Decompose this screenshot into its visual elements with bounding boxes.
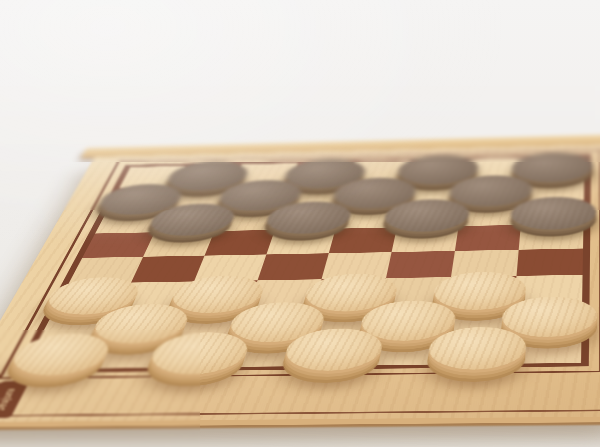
checker-light-a1	[4, 333, 117, 376]
square-c7	[224, 184, 291, 208]
board-3d-plane: Jeujura	[0, 144, 600, 422]
square-f2	[374, 305, 447, 335]
board-grid	[23, 156, 585, 369]
checkers-board: Jeujura	[0, 144, 600, 422]
square-f4	[386, 251, 455, 278]
square-a7	[107, 187, 175, 210]
square-h2	[512, 303, 582, 333]
square-h6	[521, 200, 584, 225]
square-a3	[54, 283, 131, 311]
square-c3	[183, 280, 258, 308]
square-f8	[407, 159, 469, 182]
square-g3	[447, 276, 517, 305]
board-frame-inner	[14, 154, 591, 373]
square-c1	[159, 337, 238, 368]
square-g7	[462, 179, 525, 203]
checkers-photo-scene: Jeujura	[0, 0, 600, 447]
square-d8	[291, 162, 355, 185]
square-b2	[105, 309, 183, 339]
square-e3	[314, 278, 386, 307]
square-d2	[238, 307, 314, 337]
square-g1	[438, 333, 512, 365]
board-frame-outer	[0, 149, 600, 379]
square-b4	[131, 256, 204, 283]
front-edge-decorative-line	[0, 409, 600, 416]
square-c5	[205, 230, 275, 256]
square-g5	[455, 225, 521, 251]
square-f6	[397, 203, 462, 228]
square-d6	[275, 205, 342, 230]
square-h4	[517, 249, 584, 276]
square-h8	[525, 156, 585, 179]
square-e7	[342, 182, 407, 206]
square-b8	[176, 164, 242, 186]
jeujura-logo: Jeujura	[0, 381, 30, 418]
square-e1	[297, 335, 374, 367]
square-d4	[258, 253, 329, 280]
square-b6	[155, 208, 224, 233]
logo-text: Jeujura	[0, 389, 18, 411]
square-e5	[329, 227, 397, 253]
square-a1	[23, 338, 105, 369]
